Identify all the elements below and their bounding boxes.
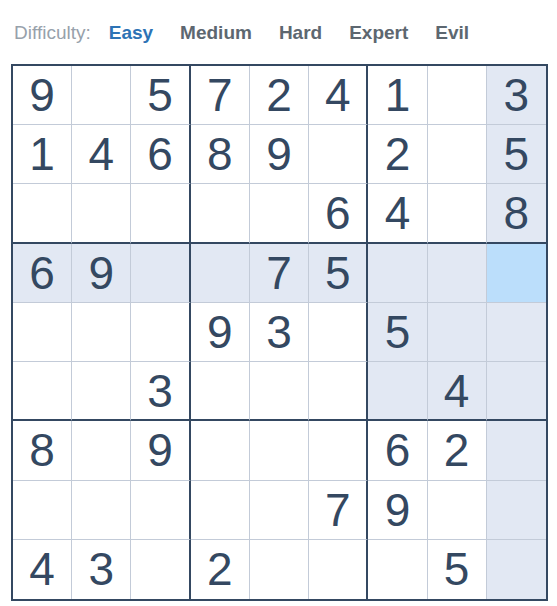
cell-r3c6[interactable]: 6 bbox=[309, 184, 368, 243]
cell-r3c1[interactable] bbox=[13, 184, 72, 243]
cell-r5c6[interactable] bbox=[309, 303, 368, 362]
difficulty-expert[interactable]: Expert bbox=[349, 21, 408, 45]
cell-r8c7[interactable]: 9 bbox=[368, 481, 427, 540]
cell-r7c5[interactable] bbox=[250, 421, 309, 480]
cell-r6c9[interactable] bbox=[487, 362, 546, 421]
cell-r4c2[interactable]: 9 bbox=[72, 244, 131, 303]
cell-r5c4[interactable]: 9 bbox=[191, 303, 250, 362]
difficulty-evil[interactable]: Evil bbox=[435, 21, 469, 45]
cell-r3c7[interactable]: 4 bbox=[368, 184, 427, 243]
cell-r9c6[interactable] bbox=[309, 540, 368, 599]
cell-r9c1[interactable]: 4 bbox=[13, 540, 72, 599]
cell-r3c2[interactable] bbox=[72, 184, 131, 243]
difficulty-medium[interactable]: Medium bbox=[180, 21, 252, 45]
cell-r6c4[interactable] bbox=[191, 362, 250, 421]
cell-r1c9[interactable]: 3 bbox=[487, 66, 546, 125]
cell-r2c5[interactable]: 9 bbox=[250, 125, 309, 184]
cell-r5c2[interactable] bbox=[72, 303, 131, 362]
cell-r8c9[interactable] bbox=[487, 481, 546, 540]
cell-r5c3[interactable] bbox=[131, 303, 190, 362]
cell-r1c3[interactable]: 5 bbox=[131, 66, 190, 125]
cell-r1c2[interactable] bbox=[72, 66, 131, 125]
cell-r7c2[interactable] bbox=[72, 421, 131, 480]
cell-r4c1[interactable]: 6 bbox=[13, 244, 72, 303]
cell-r7c9[interactable] bbox=[487, 421, 546, 480]
cell-r6c7[interactable] bbox=[368, 362, 427, 421]
cell-r2c4[interactable]: 8 bbox=[191, 125, 250, 184]
cell-r2c3[interactable]: 6 bbox=[131, 125, 190, 184]
difficulty-bar: Difficulty: EasyMediumHardExpertEvil bbox=[0, 0, 557, 45]
cell-r5c1[interactable] bbox=[13, 303, 72, 362]
cell-r4c9[interactable] bbox=[487, 244, 546, 303]
cell-r7c1[interactable]: 8 bbox=[13, 421, 72, 480]
difficulty-hard[interactable]: Hard bbox=[279, 21, 322, 45]
cell-r2c8[interactable] bbox=[428, 125, 487, 184]
cell-r3c4[interactable] bbox=[191, 184, 250, 243]
cell-r2c9[interactable]: 5 bbox=[487, 125, 546, 184]
cell-r9c3[interactable] bbox=[131, 540, 190, 599]
cell-r9c5[interactable] bbox=[250, 540, 309, 599]
cell-r3c9[interactable]: 8 bbox=[487, 184, 546, 243]
cell-r1c1[interactable]: 9 bbox=[13, 66, 72, 125]
cell-r7c3[interactable]: 9 bbox=[131, 421, 190, 480]
cell-r6c8[interactable]: 4 bbox=[428, 362, 487, 421]
cell-r3c5[interactable] bbox=[250, 184, 309, 243]
cell-r6c1[interactable] bbox=[13, 362, 72, 421]
cell-r2c6[interactable] bbox=[309, 125, 368, 184]
cell-r8c8[interactable] bbox=[428, 481, 487, 540]
cell-r6c5[interactable] bbox=[250, 362, 309, 421]
cell-r4c4[interactable] bbox=[191, 244, 250, 303]
cell-r3c8[interactable] bbox=[428, 184, 487, 243]
cell-r2c1[interactable]: 1 bbox=[13, 125, 72, 184]
cell-r3c3[interactable] bbox=[131, 184, 190, 243]
cell-r5c9[interactable] bbox=[487, 303, 546, 362]
cell-r5c5[interactable]: 3 bbox=[250, 303, 309, 362]
cell-r9c8[interactable]: 5 bbox=[428, 540, 487, 599]
cell-r6c6[interactable] bbox=[309, 362, 368, 421]
cell-r7c6[interactable] bbox=[309, 421, 368, 480]
cell-r8c4[interactable] bbox=[191, 481, 250, 540]
cell-r4c8[interactable] bbox=[428, 244, 487, 303]
cell-r4c5[interactable]: 7 bbox=[250, 244, 309, 303]
difficulty-options: EasyMediumHardExpertEvil bbox=[109, 21, 469, 45]
cell-r9c9[interactable] bbox=[487, 540, 546, 599]
cell-r9c7[interactable] bbox=[368, 540, 427, 599]
cell-r1c7[interactable]: 1 bbox=[368, 66, 427, 125]
difficulty-easy[interactable]: Easy bbox=[109, 21, 153, 45]
cell-r1c6[interactable]: 4 bbox=[309, 66, 368, 125]
cell-r1c5[interactable]: 2 bbox=[250, 66, 309, 125]
cell-r7c8[interactable]: 2 bbox=[428, 421, 487, 480]
cell-r6c2[interactable] bbox=[72, 362, 131, 421]
cell-r9c4[interactable]: 2 bbox=[191, 540, 250, 599]
cell-r8c3[interactable] bbox=[131, 481, 190, 540]
cell-r8c1[interactable] bbox=[13, 481, 72, 540]
cell-r1c4[interactable]: 7 bbox=[191, 66, 250, 125]
cell-r7c7[interactable]: 6 bbox=[368, 421, 427, 480]
cell-r5c7[interactable]: 5 bbox=[368, 303, 427, 362]
cell-r8c5[interactable] bbox=[250, 481, 309, 540]
cell-r2c7[interactable]: 2 bbox=[368, 125, 427, 184]
sudoku-board: 957241314689256486975935348962794325 bbox=[11, 64, 548, 601]
cell-r1c8[interactable] bbox=[428, 66, 487, 125]
cell-r7c4[interactable] bbox=[191, 421, 250, 480]
cell-r5c8[interactable] bbox=[428, 303, 487, 362]
cell-r8c2[interactable] bbox=[72, 481, 131, 540]
difficulty-label: Difficulty: bbox=[14, 21, 91, 45]
cell-r2c2[interactable]: 4 bbox=[72, 125, 131, 184]
cell-r4c3[interactable] bbox=[131, 244, 190, 303]
cell-r4c7[interactable] bbox=[368, 244, 427, 303]
cell-r9c2[interactable]: 3 bbox=[72, 540, 131, 599]
cell-r6c3[interactable]: 3 bbox=[131, 362, 190, 421]
cell-r8c6[interactable]: 7 bbox=[309, 481, 368, 540]
cell-r4c6[interactable]: 5 bbox=[309, 244, 368, 303]
